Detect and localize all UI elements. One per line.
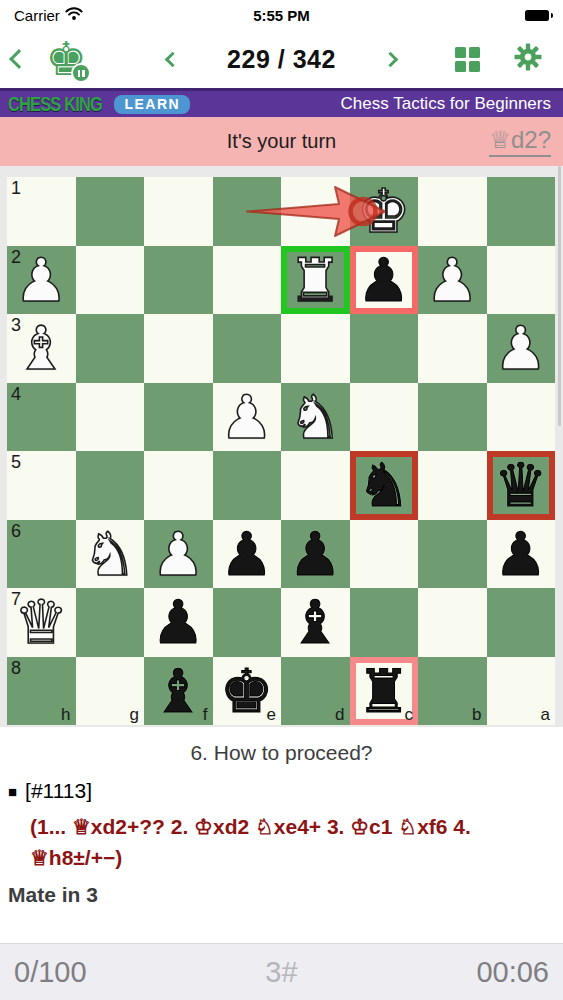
black-knight[interactable]: ♞ [350, 451, 419, 520]
board-section: 1♚2♟♜♟♟3♝♟4♟♞5♞♛6♞♟♟♟♟7♛♟♝8hgf♝e♚dc♜ba [0, 166, 563, 727]
square-b4[interactable] [418, 383, 487, 452]
puzzle-question: 6. How to proceed? [0, 741, 563, 765]
chess-board[interactable]: 1♚2♟♜♟♟3♝♟4♟♞5♞♛6♞♟♟♟♟7♛♟♝8hgf♝e♚dc♜ba [7, 177, 555, 725]
square-c4[interactable] [350, 383, 419, 452]
square-a3[interactable]: ♟ [487, 314, 556, 383]
square-b8[interactable]: b [418, 657, 487, 726]
square-a7[interactable] [487, 588, 556, 657]
rank-label-8: 8 [11, 658, 21, 679]
turn-message: It's your turn [0, 130, 563, 153]
prev-puzzle-chevron-icon[interactable] [164, 51, 180, 67]
next-puzzle-chevron-icon[interactable] [383, 51, 399, 67]
hint-move-text: d2? [511, 126, 551, 154]
square-h2[interactable]: 2♟ [7, 246, 76, 315]
white-knight[interactable]: ♞ [281, 383, 350, 452]
black-pawn[interactable]: ♟ [350, 246, 419, 315]
square-h3[interactable]: 3♝ [7, 314, 76, 383]
square-g2[interactable] [76, 246, 145, 315]
bottom-bar: 0/100 3# 00:06 [0, 943, 563, 1000]
square-d4[interactable]: ♞ [281, 383, 350, 452]
white-knight[interactable]: ♞ [76, 520, 145, 589]
file-label-c: c [405, 705, 414, 725]
rank-label-7: 7 [11, 589, 21, 610]
black-pawn[interactable]: ♟ [281, 520, 350, 589]
square-a5[interactable]: ♛ [487, 451, 556, 520]
square-f2[interactable] [144, 246, 213, 315]
file-label-e: e [267, 705, 276, 725]
square-c5[interactable]: ♞ [350, 451, 419, 520]
file-label-g: g [130, 705, 139, 725]
battery-icon [525, 10, 549, 21]
back-chevron-icon[interactable] [9, 49, 29, 69]
white-pawn[interactable]: ♟ [213, 383, 282, 452]
square-b2[interactable]: ♟ [418, 246, 487, 315]
square-g5[interactable] [76, 451, 145, 520]
square-g6[interactable]: ♞ [76, 520, 145, 589]
task-label: Mate in 3 [0, 873, 563, 907]
puzzle-id: [#1113] [25, 779, 92, 803]
square-a6[interactable]: ♟ [487, 520, 556, 589]
square-c6[interactable] [350, 520, 419, 589]
square-a4[interactable] [487, 383, 556, 452]
square-a8[interactable]: a [487, 657, 556, 726]
rank-label-6: 6 [11, 521, 21, 542]
square-e5[interactable] [213, 451, 282, 520]
square-e3[interactable] [213, 314, 282, 383]
rank-label-2: 2 [11, 247, 21, 268]
rank-label-5: 5 [11, 452, 21, 473]
square-d3[interactable] [281, 314, 350, 383]
square-d8[interactable]: d [281, 657, 350, 726]
square-b1[interactable] [418, 177, 487, 246]
square-a1[interactable] [487, 177, 556, 246]
square-f1[interactable] [144, 177, 213, 246]
square-f3[interactable] [144, 314, 213, 383]
file-label-h: h [61, 705, 70, 725]
queen-hint-icon: ♕ [489, 126, 511, 154]
puzzle-counter: 229 / 342 [227, 45, 336, 74]
rank-label-1: 1 [11, 178, 21, 199]
square-d7[interactable]: ♝ [281, 588, 350, 657]
square-h6[interactable]: 6 [7, 520, 76, 589]
square-a2[interactable] [487, 246, 556, 315]
black-pawn[interactable]: ♟ [213, 520, 282, 589]
square-c3[interactable] [350, 314, 419, 383]
scrollbar[interactable] [558, 166, 561, 426]
clock-time: 5:55 PM [0, 7, 563, 24]
square-e8[interactable]: e♚ [213, 657, 282, 726]
square-h7[interactable]: 7♛ [7, 588, 76, 657]
square-c7[interactable] [350, 588, 419, 657]
square-f8[interactable]: f♝ [144, 657, 213, 726]
square-g8[interactable]: g [76, 657, 145, 726]
puzzle-pager: 229 / 342 [167, 45, 397, 74]
rank-label-3: 3 [11, 315, 21, 336]
square-g7[interactable] [76, 588, 145, 657]
square-e6[interactable]: ♟ [213, 520, 282, 589]
square-e1[interactable] [213, 177, 282, 246]
square-b7[interactable] [418, 588, 487, 657]
rank-label-4: 4 [11, 384, 21, 405]
square-g1[interactable] [76, 177, 145, 246]
nav-bar: ♚ 229 / 342 [0, 30, 563, 88]
square-b5[interactable] [418, 451, 487, 520]
square-c1[interactable]: ♚ [350, 177, 419, 246]
mode-label: 3# [0, 956, 563, 989]
square-c2[interactable]: ♟ [350, 246, 419, 315]
square-d6[interactable]: ♟ [281, 520, 350, 589]
course-title: Chess Tactics for Beginners [341, 94, 555, 114]
square-d5[interactable] [281, 451, 350, 520]
square-c8[interactable]: c♜ [350, 657, 419, 726]
square-f5[interactable] [144, 451, 213, 520]
square-g3[interactable] [76, 314, 145, 383]
file-label-b: b [472, 705, 481, 725]
pause-badge-icon [71, 63, 91, 83]
square-e7[interactable] [213, 588, 282, 657]
white-pawn[interactable]: ♟ [487, 314, 556, 383]
variation-line: (1... ♕xd2+?? 2. ♔xd2 ♘xe4+ 3. ♔c1 ♘xf6 … [0, 803, 555, 873]
square-f6[interactable]: ♟ [144, 520, 213, 589]
hint-move-link[interactable]: ♕d2? [489, 126, 551, 157]
square-f7[interactable]: ♟ [144, 588, 213, 657]
square-e4[interactable]: ♟ [213, 383, 282, 452]
square-e2[interactable] [213, 246, 282, 315]
white-king[interactable]: ♚ [350, 177, 419, 246]
white-pawn[interactable]: ♟ [144, 520, 213, 589]
turn-bar: It's your turn ♕d2? [0, 117, 563, 166]
brand-name: CHESS KING [8, 93, 102, 116]
puzzle-list-grid-icon[interactable] [455, 47, 480, 72]
file-label-a: a [541, 705, 550, 725]
square-h5[interactable]: 5 [7, 451, 76, 520]
status-bar: Carrier 5:55 PM [0, 0, 563, 30]
brand-banner: CHESS KING LEARN Chess Tactics for Begin… [0, 88, 563, 117]
annotation-panel: 6. How to proceed? ■ [#1113] (1... ♕xd2+… [0, 727, 563, 907]
settings-gear-icon[interactable] [513, 42, 543, 76]
square-h8[interactable]: 8h [7, 657, 76, 726]
square-b6[interactable] [418, 520, 487, 589]
black-pawn[interactable]: ♟ [487, 520, 556, 589]
file-label-d: d [335, 705, 344, 725]
black-queen[interactable]: ♛ [487, 451, 556, 520]
square-b3[interactable] [418, 314, 487, 383]
bullet-icon: ■ [8, 781, 17, 802]
app-logo[interactable]: ♚ [40, 32, 92, 86]
black-bishop[interactable]: ♝ [281, 588, 350, 657]
black-pawn[interactable]: ♟ [144, 588, 213, 657]
square-f4[interactable] [144, 383, 213, 452]
file-label-f: f [203, 705, 208, 725]
square-g4[interactable] [76, 383, 145, 452]
white-rook[interactable]: ♜ [281, 246, 350, 315]
square-h4[interactable]: 4 [7, 383, 76, 452]
square-d2[interactable]: ♜ [281, 246, 350, 315]
square-h1[interactable]: 1 [7, 177, 76, 246]
learn-badge: LEARN [114, 95, 190, 114]
square-d1[interactable] [281, 177, 350, 246]
white-pawn[interactable]: ♟ [418, 246, 487, 315]
